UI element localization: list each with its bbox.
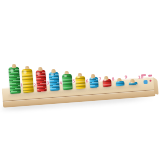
peg-stack-9-blue	[115, 80, 124, 86]
wooden-peg-tip	[11, 64, 15, 68]
product-photo-scene: 12345678910	[0, 0, 160, 160]
peg-stack-7-blue	[89, 77, 99, 88]
wooden-peg-tip	[51, 69, 55, 73]
peg-stack-4-blue	[49, 72, 60, 92]
stack-contact-shadow	[87, 87, 100, 91]
wooden-peg-tip	[64, 71, 68, 75]
wooden-peg-tip	[104, 76, 108, 80]
wooden-peg-tip	[91, 74, 95, 78]
peg-stack-6-yellow	[75, 75, 85, 89]
wooden-peg-tip	[131, 79, 135, 83]
wooden-peg-tip	[25, 65, 29, 69]
stack-contact-shadow	[101, 86, 114, 90]
wooden-peg-tip	[117, 77, 121, 81]
peg-stack-8-red	[102, 79, 111, 88]
wooden-peg-tip	[38, 67, 42, 71]
peg-stack-2-yellow	[22, 68, 34, 93]
peg-stack-layer	[0, 49, 159, 111]
stack-contact-shadow	[35, 91, 49, 95]
peg-stack-1-green	[8, 67, 20, 95]
wooden-peg-tip	[78, 72, 82, 76]
counting-board-toy: 12345678910	[0, 49, 159, 111]
peg-stack-5-green	[62, 73, 73, 90]
peg-stack-3-red	[35, 70, 47, 92]
